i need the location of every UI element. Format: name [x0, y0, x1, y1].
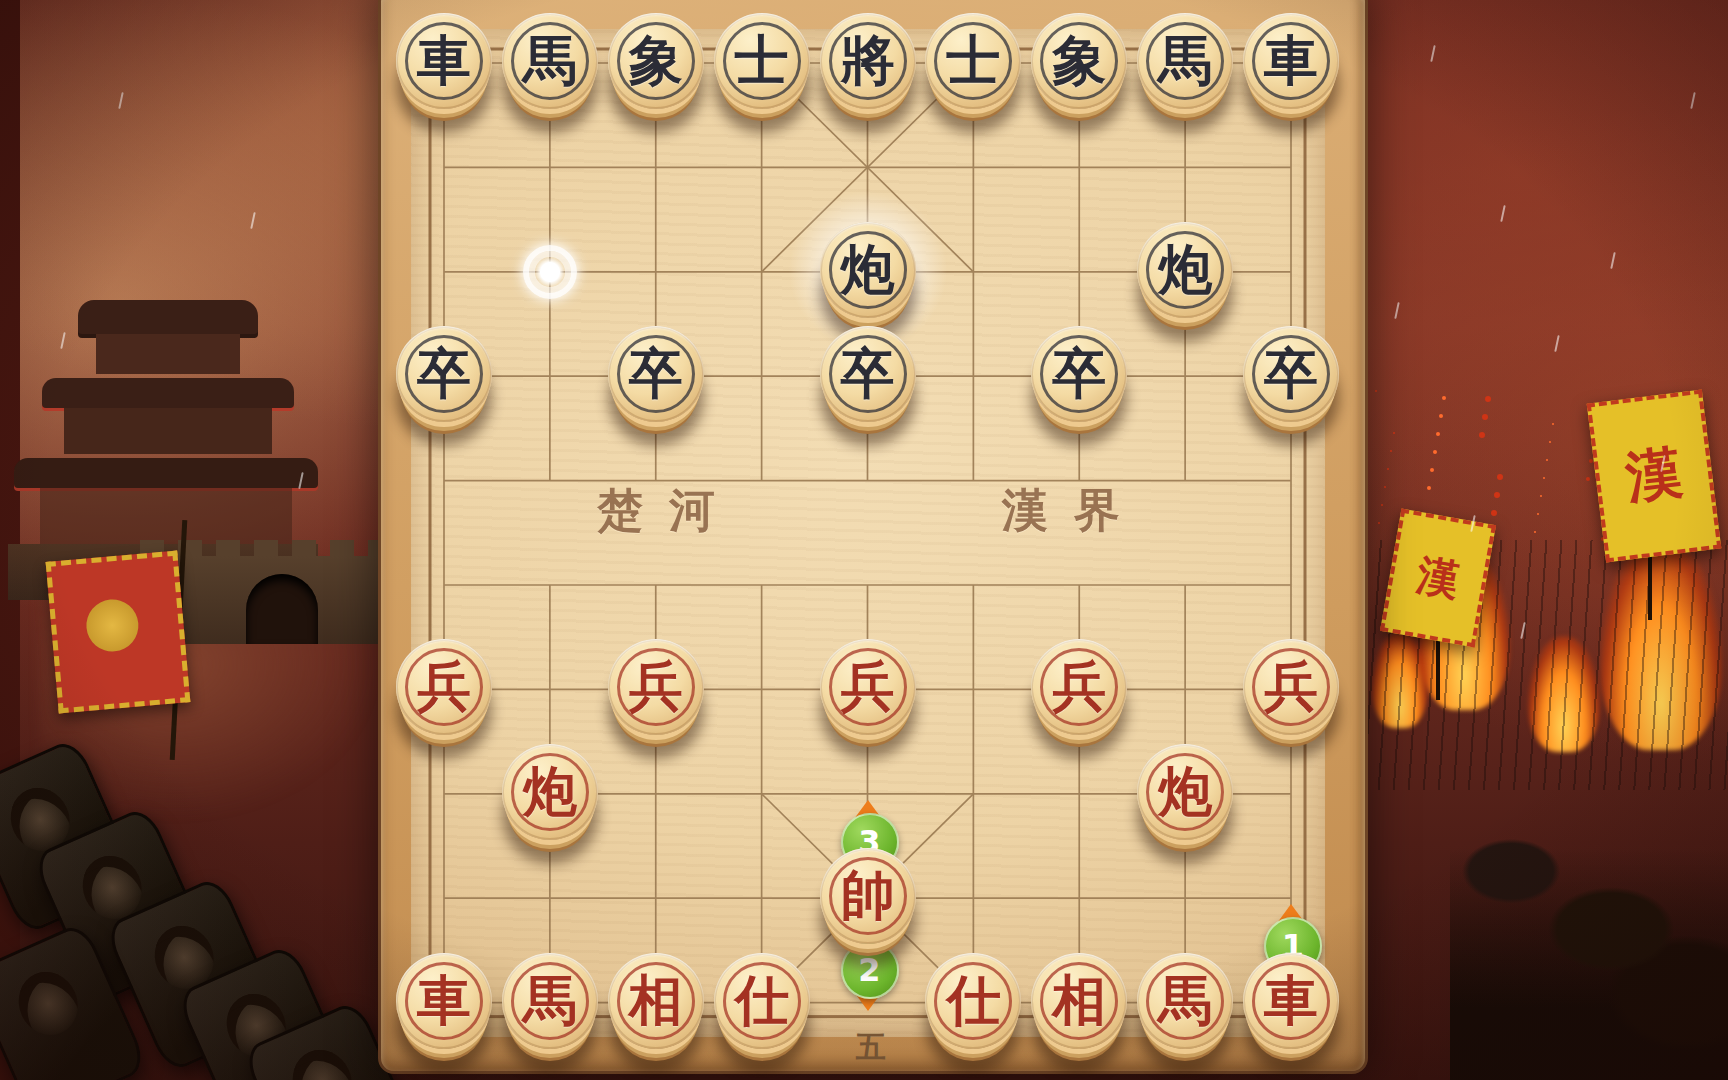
piece-character: 馬 — [1158, 33, 1212, 89]
piece-black-horse[interactable]: 馬 — [502, 13, 598, 109]
piece-character: 士 — [946, 33, 1000, 89]
piece-red-cannon[interactable]: 炮 — [1137, 744, 1233, 840]
piece-character: 兵 — [1264, 659, 1318, 715]
piece-red-chariot[interactable]: 車 — [1243, 953, 1339, 1049]
piece-character: 馬 — [523, 33, 577, 89]
piece-character: 相 — [629, 973, 683, 1029]
piece-red-soldier[interactable]: 兵 — [608, 639, 704, 735]
banner-emblem — [84, 597, 140, 653]
piece-black-cannon[interactable]: 炮 — [820, 222, 916, 318]
piece-character: 兵 — [417, 659, 471, 715]
piece-black-chariot[interactable]: 車 — [1243, 13, 1339, 109]
piece-character: 仕 — [946, 973, 1000, 1029]
piece-red-soldier[interactable]: 兵 — [396, 639, 492, 735]
piece-character: 馬 — [1158, 973, 1212, 1029]
piece-character: 帥 — [841, 868, 895, 924]
piece-character: 車 — [417, 973, 471, 1029]
piece-black-elephant[interactable]: 象 — [1031, 13, 1127, 109]
banner-character: 漢 — [1412, 547, 1463, 609]
piece-character: 象 — [629, 33, 683, 89]
piece-black-soldier[interactable]: 卒 — [1243, 326, 1339, 422]
piece-character: 馬 — [523, 973, 577, 1029]
piece-red-chariot[interactable]: 車 — [396, 953, 492, 1049]
piece-red-soldier[interactable]: 兵 — [1031, 639, 1127, 735]
move-order-badge-2: 2 — [841, 941, 899, 999]
piece-character: 兵 — [1052, 659, 1106, 715]
piece-character: 炮 — [523, 764, 577, 820]
cavalry-silhouettes — [1450, 790, 1728, 1080]
piece-character: 兵 — [629, 659, 683, 715]
piece-red-general[interactable]: 帥 — [820, 848, 916, 944]
piece-character: 車 — [1264, 33, 1318, 89]
file-number-label: 五 — [826, 1027, 916, 1068]
piece-black-advisor[interactable]: 士 — [925, 13, 1021, 109]
piece-red-horse[interactable]: 馬 — [502, 953, 598, 1049]
right-han-banner-large: 漢 — [1587, 390, 1722, 563]
piece-character: 相 — [1052, 973, 1106, 1029]
piece-character: 炮 — [1158, 242, 1212, 298]
piece-black-advisor[interactable]: 士 — [714, 13, 810, 109]
river-label-han-jie: 漢界 — [1002, 480, 1146, 542]
xiangqi-board[interactable]: 楚河 漢界 車馬象士將士象馬車炮炮卒卒卒卒卒兵兵兵兵兵炮炮帥車馬相仕仕相馬車 1… — [378, 0, 1368, 1074]
piece-black-soldier[interactable]: 卒 — [608, 326, 704, 422]
xiangqi-game-screen: 漢 漢 楚河 漢界 車馬象士將士象馬車炮炮卒卒卒卒卒兵兵兵兵兵炮炮帥車馬相仕仕相… — [0, 0, 1728, 1080]
gate-arch — [246, 574, 318, 644]
piece-character: 卒 — [629, 346, 683, 402]
piece-character: 卒 — [841, 346, 895, 402]
piece-character: 象 — [1052, 33, 1106, 89]
piece-black-chariot[interactable]: 車 — [396, 13, 492, 109]
left-red-banner — [46, 551, 191, 714]
banner-character: 漢 — [1622, 435, 1687, 517]
piece-character: 卒 — [1264, 346, 1318, 402]
piece-character: 兵 — [841, 659, 895, 715]
piece-character: 卒 — [417, 346, 471, 402]
piece-black-cannon[interactable]: 炮 — [1137, 222, 1233, 318]
piece-character: 卒 — [1052, 346, 1106, 402]
piece-red-soldier[interactable]: 兵 — [820, 639, 916, 735]
piece-character: 士 — [735, 33, 789, 89]
piece-red-elephant[interactable]: 相 — [1031, 953, 1127, 1049]
piece-red-cannon[interactable]: 炮 — [502, 744, 598, 840]
piece-character: 將 — [841, 33, 895, 89]
piece-red-advisor[interactable]: 仕 — [714, 953, 810, 1049]
piece-red-horse[interactable]: 馬 — [1137, 953, 1233, 1049]
piece-black-soldier[interactable]: 卒 — [396, 326, 492, 422]
board-grid[interactable]: 楚河 漢界 車馬象士將士象馬車炮炮卒卒卒卒卒兵兵兵兵兵炮炮帥車馬相仕仕相馬車 1… — [411, 29, 1325, 1037]
piece-black-elephant[interactable]: 象 — [608, 13, 704, 109]
piece-character: 仕 — [735, 973, 789, 1029]
piece-character: 車 — [1264, 973, 1318, 1029]
piece-red-advisor[interactable]: 仕 — [925, 953, 1021, 1049]
piece-black-horse[interactable]: 馬 — [1137, 13, 1233, 109]
piece-character: 車 — [417, 33, 471, 89]
piece-black-general[interactable]: 將 — [820, 13, 916, 109]
piece-character: 炮 — [1158, 764, 1212, 820]
piece-red-soldier[interactable]: 兵 — [1243, 639, 1339, 735]
piece-black-soldier[interactable]: 卒 — [1031, 326, 1127, 422]
piece-red-elephant[interactable]: 相 — [608, 953, 704, 1049]
piece-black-soldier[interactable]: 卒 — [820, 326, 916, 422]
piece-character: 炮 — [841, 242, 895, 298]
river-label-chu-he: 楚河 — [597, 480, 741, 542]
